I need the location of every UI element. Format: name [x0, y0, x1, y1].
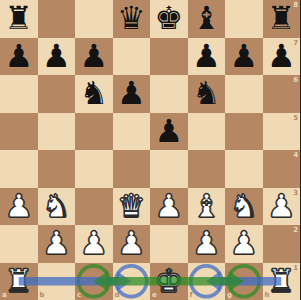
square-h2[interactable]: 2 [263, 225, 301, 263]
white-bishop-f3[interactable]: ♝ [192, 188, 221, 226]
black-pawn-b7[interactable]: ♟ [42, 38, 71, 76]
white-rook-h1[interactable]: ♜ [267, 263, 296, 300]
square-e2[interactable] [150, 225, 188, 263]
square-f2[interactable]: ♟ [188, 225, 226, 263]
square-b8[interactable] [38, 0, 76, 38]
black-knight-f6[interactable]: ♞ [192, 75, 221, 113]
white-pawn-e3[interactable]: ♟ [154, 188, 183, 226]
square-f1[interactable]: f [188, 263, 226, 300]
square-h8[interactable]: 8♜ [263, 0, 301, 38]
square-d6[interactable]: ♟ [113, 75, 151, 113]
square-c5[interactable] [75, 113, 113, 151]
square-c2[interactable]: ♟ [75, 225, 113, 263]
coord-rank-4: 4 [293, 152, 298, 159]
square-e3[interactable]: ♟ [150, 188, 188, 226]
square-f8[interactable]: ♝ [188, 0, 226, 38]
black-king-e8[interactable]: ♚ [154, 0, 183, 38]
square-d8[interactable]: ♛ [113, 0, 151, 38]
square-f6[interactable]: ♞ [188, 75, 226, 113]
coord-rank-2: 2 [293, 227, 298, 234]
white-pawn-d2[interactable]: ♟ [117, 225, 146, 263]
square-c3[interactable] [75, 188, 113, 226]
square-a3[interactable]: ♟ [0, 188, 38, 226]
square-g1[interactable]: g [225, 263, 263, 300]
white-pawn-a3[interactable]: ♟ [4, 188, 33, 226]
square-b3[interactable]: ♞ [38, 188, 76, 226]
coord-file-f: f [190, 292, 193, 299]
black-bishop-f8[interactable]: ♝ [192, 0, 221, 38]
black-knight-c6[interactable]: ♞ [79, 75, 108, 113]
square-d7[interactable] [113, 38, 151, 76]
square-d5[interactable] [113, 113, 151, 151]
square-h1[interactable]: 1h♜ [263, 263, 301, 300]
square-d4[interactable] [113, 150, 151, 188]
coord-rank-6: 6 [293, 77, 298, 84]
coord-file-g: g [227, 292, 232, 299]
square-f4[interactable] [188, 150, 226, 188]
white-queen-d3[interactable]: ♛ [117, 188, 146, 226]
square-g2[interactable]: ♟ [225, 225, 263, 263]
square-c8[interactable] [75, 0, 113, 38]
coord-file-c: c [77, 292, 81, 299]
square-d3[interactable]: ♛ [113, 188, 151, 226]
square-c4[interactable] [75, 150, 113, 188]
black-queen-d8[interactable]: ♛ [117, 0, 146, 38]
white-knight-b3[interactable]: ♞ [42, 188, 71, 226]
square-c6[interactable]: ♞ [75, 75, 113, 113]
square-d2[interactable]: ♟ [113, 225, 151, 263]
square-a4[interactable] [0, 150, 38, 188]
square-h4[interactable]: 4 [263, 150, 301, 188]
square-h5[interactable]: 5 [263, 113, 301, 151]
white-pawn-b2[interactable]: ♟ [42, 225, 71, 263]
square-c7[interactable]: ♟ [75, 38, 113, 76]
square-g5[interactable] [225, 113, 263, 151]
square-e8[interactable]: ♚ [150, 0, 188, 38]
square-b1[interactable]: b [38, 263, 76, 300]
white-knight-g3[interactable]: ♞ [229, 188, 258, 226]
square-g4[interactable] [225, 150, 263, 188]
black-pawn-h7[interactable]: ♟ [267, 38, 296, 76]
square-e7[interactable] [150, 38, 188, 76]
square-e6[interactable] [150, 75, 188, 113]
square-h6[interactable]: 6 [263, 75, 301, 113]
black-rook-a8[interactable]: ♜ [4, 0, 33, 38]
black-pawn-f7[interactable]: ♟ [192, 38, 221, 76]
square-h3[interactable]: 3♟ [263, 188, 301, 226]
chess-board: ♜♛♚♝8♜♟♟♟♟♟7♟♞♟♞6♟54♟♞♛♟♝♞3♟♟♟♟♟♟2a♜bcde… [0, 0, 300, 300]
black-pawn-a7[interactable]: ♟ [4, 38, 33, 76]
square-b2[interactable]: ♟ [38, 225, 76, 263]
white-rook-a1[interactable]: ♜ [4, 263, 33, 300]
black-pawn-c7[interactable]: ♟ [79, 38, 108, 76]
black-pawn-d6[interactable]: ♟ [117, 75, 146, 113]
square-g8[interactable] [225, 0, 263, 38]
square-a6[interactable] [0, 75, 38, 113]
square-c1[interactable]: c [75, 263, 113, 300]
square-b4[interactable] [38, 150, 76, 188]
square-a7[interactable]: ♟ [0, 38, 38, 76]
square-e4[interactable] [150, 150, 188, 188]
square-f3[interactable]: ♝ [188, 188, 226, 226]
white-pawn-c2[interactable]: ♟ [79, 225, 108, 263]
square-a5[interactable] [0, 113, 38, 151]
square-e1[interactable]: e♚ [150, 263, 188, 300]
black-pawn-e5[interactable]: ♟ [154, 113, 183, 151]
white-pawn-f2[interactable]: ♟ [192, 225, 221, 263]
square-e5[interactable]: ♟ [150, 113, 188, 151]
square-b5[interactable] [38, 113, 76, 151]
square-h7[interactable]: 7♟ [263, 38, 301, 76]
square-b6[interactable] [38, 75, 76, 113]
coord-file-d: d [115, 292, 120, 299]
white-pawn-g2[interactable]: ♟ [229, 225, 258, 263]
coord-file-b: b [40, 292, 45, 299]
black-pawn-g7[interactable]: ♟ [229, 38, 258, 76]
white-king-e1[interactable]: ♚ [154, 263, 183, 300]
square-a8[interactable]: ♜ [0, 0, 38, 38]
square-f5[interactable] [188, 113, 226, 151]
white-pawn-h3[interactable]: ♟ [267, 188, 296, 226]
square-f7[interactable]: ♟ [188, 38, 226, 76]
square-b7[interactable]: ♟ [38, 38, 76, 76]
black-rook-h8[interactable]: ♜ [267, 0, 296, 38]
square-g6[interactable] [225, 75, 263, 113]
board-grid: ♜♛♚♝8♜♟♟♟♟♟7♟♞♟♞6♟54♟♞♛♟♝♞3♟♟♟♟♟♟2a♜bcde… [0, 0, 300, 300]
coord-rank-5: 5 [293, 115, 298, 122]
square-a2[interactable] [0, 225, 38, 263]
square-d1[interactable]: d [113, 263, 151, 300]
square-g3[interactable]: ♞ [225, 188, 263, 226]
square-a1[interactable]: a♜ [0, 263, 38, 300]
square-g7[interactable]: ♟ [225, 38, 263, 76]
